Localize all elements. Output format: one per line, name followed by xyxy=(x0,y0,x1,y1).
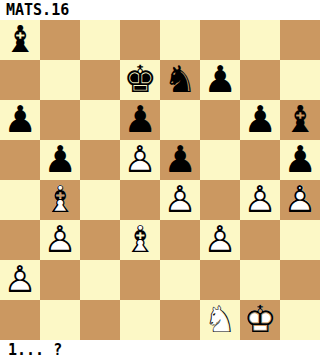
square-c7[interactable] xyxy=(80,60,120,100)
square-g3[interactable] xyxy=(240,220,280,260)
white-king-icon: ♔ xyxy=(240,300,280,340)
square-b6[interactable] xyxy=(40,100,80,140)
square-c6[interactable] xyxy=(80,100,120,140)
square-d4[interactable] xyxy=(120,180,160,220)
square-g5[interactable] xyxy=(240,140,280,180)
square-h8[interactable] xyxy=(280,20,320,60)
square-h3[interactable] xyxy=(280,220,320,260)
square-c8[interactable] xyxy=(80,20,120,60)
square-b7[interactable] xyxy=(40,60,80,100)
square-a3[interactable] xyxy=(0,220,40,260)
square-f1[interactable]: ♞♘ xyxy=(200,300,240,340)
black-pawn-icon: ♟ xyxy=(40,140,80,180)
black-bishop-icon: ♝ xyxy=(280,100,320,140)
black-pawn-icon: ♟ xyxy=(160,140,200,180)
square-g7[interactable] xyxy=(240,60,280,100)
square-e3[interactable] xyxy=(160,220,200,260)
square-f2[interactable] xyxy=(200,260,240,300)
square-d7[interactable]: ♚ xyxy=(120,60,160,100)
square-b4[interactable]: ♝♗ xyxy=(40,180,80,220)
square-c2[interactable] xyxy=(80,260,120,300)
white-pawn-icon: ♙ xyxy=(0,260,40,300)
square-f8[interactable] xyxy=(200,20,240,60)
square-f3[interactable]: ♟♙ xyxy=(200,220,240,260)
square-b3[interactable]: ♟♙ xyxy=(40,220,80,260)
square-g6[interactable]: ♟ xyxy=(240,100,280,140)
white-pawn-icon: ♙ xyxy=(240,180,280,220)
square-b2[interactable] xyxy=(40,260,80,300)
square-h5[interactable]: ♟ xyxy=(280,140,320,180)
square-a1[interactable] xyxy=(0,300,40,340)
square-h7[interactable] xyxy=(280,60,320,100)
white-knight-icon: ♘ xyxy=(200,300,240,340)
square-d3[interactable]: ♝♗ xyxy=(120,220,160,260)
white-pawn-icon: ♙ xyxy=(280,180,320,220)
black-pawn-icon: ♟ xyxy=(120,100,160,140)
square-c4[interactable] xyxy=(80,180,120,220)
square-h6[interactable]: ♝ xyxy=(280,100,320,140)
black-pawn-icon: ♟ xyxy=(240,100,280,140)
square-b1[interactable] xyxy=(40,300,80,340)
square-c5[interactable] xyxy=(80,140,120,180)
square-g2[interactable] xyxy=(240,260,280,300)
square-a6[interactable]: ♟ xyxy=(0,100,40,140)
black-pawn-icon: ♟ xyxy=(280,140,320,180)
square-g1[interactable]: ♚♔ xyxy=(240,300,280,340)
move-prompt: 1... ? xyxy=(0,340,62,360)
square-c3[interactable] xyxy=(80,220,120,260)
white-pawn-icon: ♙ xyxy=(200,220,240,260)
square-a5[interactable] xyxy=(0,140,40,180)
square-a2[interactable]: ♟♙ xyxy=(0,260,40,300)
black-pawn-icon: ♟ xyxy=(200,60,240,100)
black-bishop-icon: ♝ xyxy=(0,20,40,60)
square-d5[interactable]: ♟♙ xyxy=(120,140,160,180)
square-a4[interactable] xyxy=(0,180,40,220)
square-e2[interactable] xyxy=(160,260,200,300)
chess-board: ♝♚♞♟♟♟♟♝♟♟♙♟♟♝♗♟♙♟♙♟♙♟♙♝♗♟♙♟♙♞♘♚♔ xyxy=(0,20,320,340)
square-e4[interactable]: ♟♙ xyxy=(160,180,200,220)
title-bar: MATS.16 xyxy=(0,0,320,20)
square-d1[interactable] xyxy=(120,300,160,340)
square-d8[interactable] xyxy=(120,20,160,60)
square-g8[interactable] xyxy=(240,20,280,60)
square-a7[interactable] xyxy=(0,60,40,100)
black-king-icon: ♚ xyxy=(120,60,160,100)
square-e6[interactable] xyxy=(160,100,200,140)
square-e1[interactable] xyxy=(160,300,200,340)
square-d2[interactable] xyxy=(120,260,160,300)
black-knight-icon: ♞ xyxy=(160,60,200,100)
footer-bar: 1... ? xyxy=(0,340,320,360)
puzzle-title: MATS.16 xyxy=(0,0,69,20)
white-bishop-icon: ♗ xyxy=(120,220,160,260)
black-pawn-icon: ♟ xyxy=(0,100,40,140)
square-d6[interactable]: ♟ xyxy=(120,100,160,140)
square-h1[interactable] xyxy=(280,300,320,340)
square-h4[interactable]: ♟♙ xyxy=(280,180,320,220)
white-pawn-icon: ♙ xyxy=(160,180,200,220)
square-g4[interactable]: ♟♙ xyxy=(240,180,280,220)
white-bishop-icon: ♗ xyxy=(40,180,80,220)
square-a8[interactable]: ♝ xyxy=(0,20,40,60)
white-pawn-icon: ♙ xyxy=(40,220,80,260)
white-pawn-icon: ♙ xyxy=(120,140,160,180)
square-f6[interactable] xyxy=(200,100,240,140)
square-f4[interactable] xyxy=(200,180,240,220)
square-b5[interactable]: ♟ xyxy=(40,140,80,180)
square-c1[interactable] xyxy=(80,300,120,340)
square-h2[interactable] xyxy=(280,260,320,300)
square-f5[interactable] xyxy=(200,140,240,180)
square-e8[interactable] xyxy=(160,20,200,60)
square-e5[interactable]: ♟ xyxy=(160,140,200,180)
square-b8[interactable] xyxy=(40,20,80,60)
square-e7[interactable]: ♞ xyxy=(160,60,200,100)
square-f7[interactable]: ♟ xyxy=(200,60,240,100)
